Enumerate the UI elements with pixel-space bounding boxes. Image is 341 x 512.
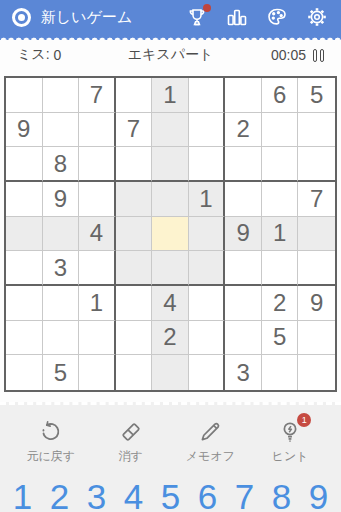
cell-r2c7[interactable]: 2 xyxy=(225,113,262,148)
cell-r9c5[interactable] xyxy=(152,355,189,390)
cell-r1c2[interactable] xyxy=(43,78,80,113)
cell-r3c7[interactable] xyxy=(225,147,262,182)
cell-r2c3[interactable] xyxy=(79,113,116,148)
cell-r7c8[interactable]: 2 xyxy=(262,286,299,321)
numpad-9[interactable]: 9 xyxy=(300,474,337,512)
erase-label: 消す xyxy=(118,448,142,465)
header: 新しいゲーム xyxy=(0,0,341,34)
cell-r3c5[interactable] xyxy=(152,147,189,182)
pause-icon xyxy=(313,49,317,62)
cell-r7c5[interactable]: 4 xyxy=(152,286,189,321)
cell-r9c3[interactable] xyxy=(79,355,116,390)
cell-r9c4[interactable] xyxy=(116,355,153,390)
hint-button[interactable]: 1 ヒント xyxy=(261,419,319,465)
sudoku-app: 新しいゲーム xyxy=(0,0,341,512)
number-pad: 123456789 xyxy=(0,474,341,512)
cell-r2c5[interactable] xyxy=(152,113,189,148)
cell-r4c2[interactable]: 9 xyxy=(43,182,80,217)
cell-r4c8[interactable] xyxy=(262,182,299,217)
palette-icon xyxy=(265,5,289,29)
cell-r5c6[interactable] xyxy=(189,217,226,252)
cell-r6c6[interactable] xyxy=(189,251,226,286)
cell-r2c1[interactable]: 9 xyxy=(6,113,43,148)
hint-label: ヒント xyxy=(272,448,309,465)
numpad-6[interactable]: 6 xyxy=(189,474,226,512)
cell-r1c1[interactable] xyxy=(6,78,43,113)
numpad-7[interactable]: 7 xyxy=(226,474,263,512)
cell-r4c9[interactable]: 7 xyxy=(298,182,335,217)
cell-r1c5[interactable]: 1 xyxy=(152,78,189,113)
hint-badge: 1 xyxy=(297,413,311,427)
cell-r3c8[interactable] xyxy=(262,147,299,182)
cell-r2c2[interactable] xyxy=(43,113,80,148)
numpad-8[interactable]: 8 xyxy=(263,474,300,512)
numpad-2[interactable]: 2 xyxy=(41,474,78,512)
cell-r7c4[interactable] xyxy=(116,286,153,321)
cell-r7c7[interactable] xyxy=(225,286,262,321)
numpad-4[interactable]: 4 xyxy=(115,474,152,512)
cell-r6c3[interactable] xyxy=(79,251,116,286)
cell-r1c3[interactable]: 7 xyxy=(79,78,116,113)
undo-label: 元に戻す xyxy=(27,448,76,465)
page-title: 新しいゲーム xyxy=(41,8,169,27)
stats-button[interactable] xyxy=(224,5,249,30)
cell-r6c9[interactable] xyxy=(298,251,335,286)
cell-r1c6[interactable] xyxy=(189,78,226,113)
cell-r1c7[interactable] xyxy=(225,78,262,113)
cell-r7c9[interactable]: 9 xyxy=(298,286,335,321)
erase-button[interactable]: 消す xyxy=(102,419,160,465)
cell-r4c4[interactable] xyxy=(116,182,153,217)
gear-icon xyxy=(305,5,329,29)
cell-r4c7[interactable] xyxy=(225,182,262,217)
cell-r3c9[interactable] xyxy=(298,147,335,182)
cell-r9c1[interactable] xyxy=(6,355,43,390)
cell-r4c5[interactable] xyxy=(152,182,189,217)
theme-button[interactable] xyxy=(264,5,289,30)
pause-button[interactable] xyxy=(313,49,324,62)
cell-r5c8[interactable]: 1 xyxy=(262,217,299,252)
cell-r1c9[interactable]: 5 xyxy=(298,78,335,113)
cell-r8c6[interactable] xyxy=(189,321,226,356)
cell-r4c3[interactable] xyxy=(79,182,116,217)
cell-r9c8[interactable] xyxy=(262,355,299,390)
undo-icon xyxy=(38,419,64,445)
cell-r6c7[interactable] xyxy=(225,251,262,286)
cell-r8c2[interactable] xyxy=(43,321,80,356)
cell-r5c5[interactable] xyxy=(152,217,189,252)
difficulty-label: エキスパート xyxy=(128,46,214,64)
cell-r8c4[interactable] xyxy=(116,321,153,356)
settings-button[interactable] xyxy=(304,5,329,30)
mistakes-value: 0 xyxy=(53,47,61,63)
control-panel: 元に戻す 消す メモオフ xyxy=(0,402,341,512)
cell-r4c1[interactable] xyxy=(6,182,43,217)
cell-r8c9[interactable] xyxy=(298,321,335,356)
cell-r6c2[interactable]: 3 xyxy=(43,251,80,286)
cell-r1c4[interactable] xyxy=(116,78,153,113)
cell-r8c8[interactable]: 5 xyxy=(262,321,299,356)
cell-r7c6[interactable] xyxy=(189,286,226,321)
trophy-button[interactable] xyxy=(184,5,209,30)
cell-r1c8[interactable]: 6 xyxy=(262,78,299,113)
cell-r2c6[interactable] xyxy=(189,113,226,148)
cell-r5c2[interactable] xyxy=(43,217,80,252)
mistakes-label: ミス: xyxy=(17,46,50,64)
cell-r9c2[interactable]: 5 xyxy=(43,355,80,390)
cell-r9c9[interactable] xyxy=(298,355,335,390)
cell-r5c4[interactable] xyxy=(116,217,153,252)
timer: 00:05 xyxy=(271,47,306,63)
cell-r6c1[interactable] xyxy=(6,251,43,286)
trophy-notification-dot xyxy=(203,4,211,12)
cell-r5c3[interactable]: 4 xyxy=(79,217,116,252)
cell-r7c1[interactable] xyxy=(6,286,43,321)
memo-toggle-button[interactable]: メモオフ xyxy=(181,419,239,465)
pencil-icon xyxy=(197,419,223,445)
cell-r9c6[interactable] xyxy=(189,355,226,390)
cell-r3c6[interactable] xyxy=(189,147,226,182)
cell-r2c9[interactable] xyxy=(298,113,335,148)
cell-r2c8[interactable] xyxy=(262,113,299,148)
cell-r5c1[interactable] xyxy=(6,217,43,252)
cell-r7c2[interactable] xyxy=(43,286,80,321)
cell-r3c2[interactable]: 8 xyxy=(43,147,80,182)
cell-r3c3[interactable] xyxy=(79,147,116,182)
toolbar: 元に戻す 消す メモオフ xyxy=(0,419,341,465)
mistakes: ミス: 0 xyxy=(17,46,119,64)
numpad-1[interactable]: 1 xyxy=(4,474,41,512)
cell-r8c7[interactable] xyxy=(225,321,262,356)
cell-r6c5[interactable] xyxy=(152,251,189,286)
numpad-3[interactable]: 3 xyxy=(78,474,115,512)
cell-r3c4[interactable] xyxy=(116,147,153,182)
cell-r8c3[interactable] xyxy=(79,321,116,356)
memo-label: メモオフ xyxy=(186,448,235,465)
numpad-5[interactable]: 5 xyxy=(152,474,189,512)
cell-r5c7[interactable]: 9 xyxy=(225,217,262,252)
record-icon[interactable] xyxy=(12,8,31,27)
cell-r7c3[interactable]: 1 xyxy=(79,286,116,321)
eraser-icon xyxy=(118,419,144,445)
board-area: 71659728917491314292553 xyxy=(0,70,341,392)
cell-r8c5[interactable]: 2 xyxy=(152,321,189,356)
stats-icon xyxy=(225,5,249,29)
sudoku-grid: 71659728917491314292553 xyxy=(4,76,337,392)
cell-r6c8[interactable] xyxy=(262,251,299,286)
cell-r5c9[interactable] xyxy=(298,217,335,252)
cell-r4c6[interactable]: 1 xyxy=(189,182,226,217)
cell-r3c1[interactable] xyxy=(6,147,43,182)
undo-button[interactable]: 元に戻す xyxy=(22,419,80,465)
cell-r2c4[interactable]: 7 xyxy=(116,113,153,148)
status-bar: ミス: 0 エキスパート 00:05 xyxy=(0,40,341,70)
cell-r9c7[interactable]: 3 xyxy=(225,355,262,390)
cell-r6c4[interactable] xyxy=(116,251,153,286)
cell-r8c1[interactable] xyxy=(6,321,43,356)
